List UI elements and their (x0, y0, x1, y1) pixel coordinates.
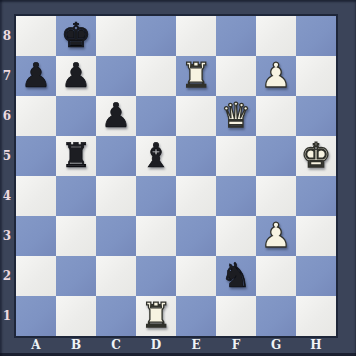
file-label-c: C (96, 336, 136, 353)
square-f5[interactable] (216, 136, 256, 176)
piece-black-king[interactable]: ♚ (61, 18, 91, 52)
rank-label-3: 3 (0, 216, 14, 256)
square-c5[interactable] (96, 136, 136, 176)
square-g2[interactable] (256, 256, 296, 296)
piece-white-rook[interactable]: ♜ (181, 58, 211, 92)
file-label-e: E (176, 336, 216, 353)
square-a7[interactable]: ♟ (16, 56, 56, 96)
square-e3[interactable] (176, 216, 216, 256)
square-h5[interactable]: ♚ (296, 136, 336, 176)
file-label-h: H (296, 336, 336, 353)
file-label-f: F (216, 336, 256, 353)
square-g1[interactable] (256, 296, 296, 336)
square-b7[interactable]: ♟ (56, 56, 96, 96)
square-f8[interactable] (216, 16, 256, 56)
square-e1[interactable] (176, 296, 216, 336)
piece-black-pawn[interactable]: ♟ (21, 58, 51, 92)
square-h8[interactable] (296, 16, 336, 56)
square-c7[interactable] (96, 56, 136, 96)
square-f1[interactable] (216, 296, 256, 336)
rank-label-2: 2 (0, 256, 14, 296)
piece-black-rook[interactable]: ♜ (61, 138, 91, 172)
square-h3[interactable] (296, 216, 336, 256)
square-f6[interactable]: ♛ (216, 96, 256, 136)
square-b3[interactable] (56, 216, 96, 256)
square-d3[interactable] (136, 216, 176, 256)
square-d6[interactable] (136, 96, 176, 136)
square-c2[interactable] (96, 256, 136, 296)
square-d1[interactable]: ♜ (136, 296, 176, 336)
rank-label-1: 1 (0, 296, 14, 336)
piece-white-rook[interactable]: ♜ (141, 298, 171, 332)
file-labels: ABCDEFGH (16, 336, 336, 353)
square-d7[interactable] (136, 56, 176, 96)
square-a8[interactable] (16, 16, 56, 56)
square-a2[interactable] (16, 256, 56, 296)
square-b6[interactable] (56, 96, 96, 136)
square-a1[interactable] (16, 296, 56, 336)
square-e4[interactable] (176, 176, 216, 216)
piece-black-pawn[interactable]: ♟ (61, 58, 91, 92)
square-c4[interactable] (96, 176, 136, 216)
file-label-d: D (136, 336, 176, 353)
rank-label-4: 4 (0, 176, 14, 216)
square-b1[interactable] (56, 296, 96, 336)
square-c3[interactable] (96, 216, 136, 256)
piece-black-pawn[interactable]: ♟ (101, 98, 131, 132)
file-label-a: A (16, 336, 56, 353)
square-g6[interactable] (256, 96, 296, 136)
square-e6[interactable] (176, 96, 216, 136)
rank-labels: 87654321 (0, 16, 14, 336)
rank-label-8: 8 (0, 16, 14, 56)
square-e5[interactable] (176, 136, 216, 176)
square-a4[interactable] (16, 176, 56, 216)
rank-label-5: 5 (0, 136, 14, 176)
square-f7[interactable] (216, 56, 256, 96)
square-b4[interactable] (56, 176, 96, 216)
square-a5[interactable] (16, 136, 56, 176)
file-label-g: G (256, 336, 296, 353)
square-g4[interactable] (256, 176, 296, 216)
square-d5[interactable]: ♝ (136, 136, 176, 176)
square-h7[interactable] (296, 56, 336, 96)
square-d2[interactable] (136, 256, 176, 296)
square-h6[interactable] (296, 96, 336, 136)
square-f4[interactable] (216, 176, 256, 216)
square-h1[interactable] (296, 296, 336, 336)
piece-black-bishop[interactable]: ♝ (141, 138, 171, 172)
piece-white-pawn[interactable]: ♟ (261, 58, 291, 92)
square-g5[interactable] (256, 136, 296, 176)
square-h2[interactable] (296, 256, 336, 296)
square-e8[interactable] (176, 16, 216, 56)
piece-white-king[interactable]: ♚ (301, 138, 331, 172)
square-c6[interactable]: ♟ (96, 96, 136, 136)
piece-black-knight[interactable]: ♞ (221, 258, 251, 292)
square-g3[interactable]: ♟ (256, 216, 296, 256)
square-f3[interactable] (216, 216, 256, 256)
square-e2[interactable] (176, 256, 216, 296)
square-b8[interactable]: ♚ (56, 16, 96, 56)
square-c1[interactable] (96, 296, 136, 336)
chess-diagram: ♚♟♟♜♟♟♛♜♝♚♟♞♜ 87654321 ABCDEFGH (0, 0, 356, 356)
chess-board: ♚♟♟♜♟♟♛♜♝♚♟♞♜ (14, 14, 338, 338)
square-c8[interactable] (96, 16, 136, 56)
square-f2[interactable]: ♞ (216, 256, 256, 296)
rank-label-7: 7 (0, 56, 14, 96)
rank-label-6: 6 (0, 96, 14, 136)
square-h4[interactable] (296, 176, 336, 216)
square-e7[interactable]: ♜ (176, 56, 216, 96)
piece-white-pawn[interactable]: ♟ (261, 218, 291, 252)
square-b5[interactable]: ♜ (56, 136, 96, 176)
piece-white-queen[interactable]: ♛ (221, 98, 251, 132)
square-a3[interactable] (16, 216, 56, 256)
file-label-b: B (56, 336, 96, 353)
square-d4[interactable] (136, 176, 176, 216)
square-g8[interactable] (256, 16, 296, 56)
square-d8[interactable] (136, 16, 176, 56)
square-b2[interactable] (56, 256, 96, 296)
square-g7[interactable]: ♟ (256, 56, 296, 96)
square-a6[interactable] (16, 96, 56, 136)
